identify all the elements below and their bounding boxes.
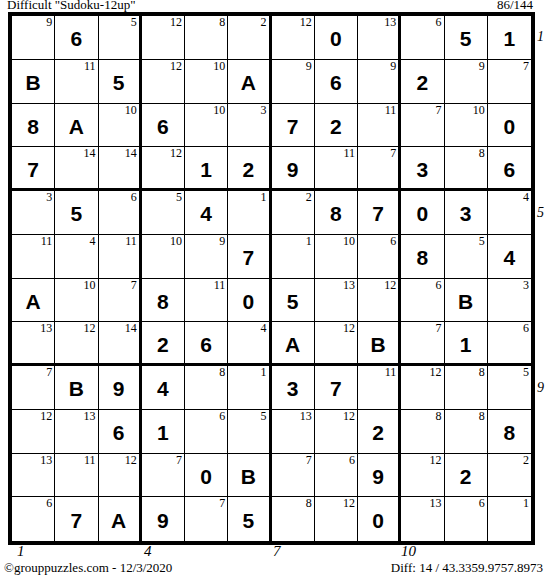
cell-r7c11: B — [445, 279, 488, 323]
cell-r11c10[interactable]: 12 — [401, 454, 444, 498]
cell-r5c10: 0 — [401, 191, 444, 235]
given-digit: 7 — [330, 378, 342, 399]
cell-r6c9[interactable]: 6 — [358, 235, 401, 279]
clue-number: 11 — [385, 104, 397, 117]
cell-r6c3[interactable]: 11 — [99, 235, 142, 279]
clue-number: 9 — [306, 60, 312, 73]
clue-number: 14 — [125, 322, 137, 335]
given-digit: 0 — [200, 466, 212, 487]
cell-r1c11: 5 — [445, 16, 488, 60]
clue-number: 6 — [436, 16, 442, 29]
given-digit: 4 — [200, 203, 212, 224]
given-digit: 7 — [287, 116, 299, 137]
cell-r11c4[interactable]: 7 — [142, 454, 185, 498]
clue-number: 1 — [306, 235, 312, 248]
cell-r8c7: A — [272, 322, 315, 366]
cell-r4c5: 1 — [185, 147, 228, 191]
given-digit: B — [69, 378, 84, 399]
cell-r7c1: A — [12, 279, 55, 323]
cell-r8c10[interactable]: 7 — [401, 322, 444, 366]
cell-r6c4[interactable]: 10 — [142, 235, 185, 279]
cell-r1c12: 1 — [488, 16, 531, 60]
cell-r6c10: 8 — [401, 235, 444, 279]
given-digit: 1 — [504, 28, 516, 49]
cell-r4c12: 6 — [488, 147, 531, 191]
clue-number: 8 — [306, 497, 312, 510]
clue-number: 10 — [125, 104, 137, 117]
cell-r8c8[interactable]: 12 — [315, 322, 358, 366]
row-label-1: 1 — [537, 30, 544, 44]
cell-r11c8[interactable]: 6 — [315, 454, 358, 498]
given-digit: A — [285, 334, 300, 355]
cell-r4c11[interactable]: 8 — [445, 147, 488, 191]
clue-number: 7 — [523, 60, 529, 73]
cell-r12c10[interactable]: 13 — [401, 497, 444, 541]
cell-r6c1[interactable]: 11 — [12, 235, 55, 279]
clue-number: 11 — [84, 60, 96, 73]
clue-number: 6 — [390, 235, 396, 248]
cell-r3c8: 2 — [315, 104, 358, 148]
cell-r7c9[interactable]: 12 — [358, 279, 401, 323]
cell-r4c8[interactable]: 11 — [315, 147, 358, 191]
clue-number: 1 — [261, 191, 267, 204]
cell-r6c2[interactable]: 4 — [55, 235, 98, 279]
clue-number: 8 — [479, 366, 485, 379]
clue-number: 10 — [213, 60, 225, 73]
copyright-text: ©grouppuzzles.com - 12/3/2020 — [4, 561, 172, 575]
cell-r9c1[interactable]: 7 — [12, 366, 55, 410]
cell-r3c1: 8 — [12, 104, 55, 148]
clue-number: 3 — [523, 279, 529, 292]
cell-r12c9: 0 — [358, 497, 401, 541]
clue-number: 12 — [300, 16, 312, 29]
clue-number: 12 — [384, 279, 396, 292]
clue-number: 12 — [430, 454, 442, 467]
clue-number: 1 — [523, 497, 529, 510]
clue-number: 7 — [219, 497, 225, 510]
difficulty-text: Diff: 14 / 43.3359.9757.8973 — [391, 561, 543, 575]
clue-number: 12 — [170, 147, 182, 160]
clue-number: 5 — [176, 191, 182, 204]
clue-number: 6 — [46, 497, 52, 510]
clue-number: 9 — [219, 235, 225, 248]
cell-r9c10[interactable]: 12 — [401, 366, 444, 410]
cell-r8c2[interactable]: 12 — [55, 322, 98, 366]
clue-number: 6 — [523, 322, 529, 335]
col-label-10: 10 — [401, 544, 416, 559]
clue-number: 12 — [343, 497, 355, 510]
given-digit: 0 — [417, 203, 429, 224]
cell-r11c11: 2 — [445, 454, 488, 498]
given-digit: A — [69, 116, 84, 137]
given-digit: 6 — [157, 116, 169, 137]
cell-r6c8[interactable]: 10 — [315, 235, 358, 279]
cell-r5c2: 5 — [55, 191, 98, 235]
given-digit: 8 — [330, 203, 342, 224]
given-digit: 3 — [460, 203, 472, 224]
cell-r5c6[interactable]: 1 — [228, 191, 271, 235]
given-digit: B — [371, 334, 386, 355]
given-digit: 4 — [504, 247, 516, 268]
cell-r8c5: 6 — [185, 322, 228, 366]
given-digit: 2 — [372, 422, 384, 443]
clue-number: 4 — [523, 191, 529, 204]
given-digit: 1 — [460, 334, 472, 355]
clue-number: 6 — [219, 410, 225, 423]
clue-number: 1 — [261, 366, 267, 379]
clue-number: 12 — [170, 60, 182, 73]
clue-number: 12 — [343, 410, 355, 423]
clue-number: 13 — [300, 410, 312, 423]
given-digit: 0 — [330, 28, 342, 49]
given-digit: 9 — [157, 510, 169, 531]
given-digit: 8 — [417, 247, 429, 268]
cell-r11c6: B — [228, 454, 271, 498]
cell-r8c3[interactable]: 14 — [99, 322, 142, 366]
given-digit: B — [241, 466, 256, 487]
clue-number: 13 — [40, 454, 52, 467]
cell-r7c2[interactable]: 10 — [55, 279, 98, 323]
given-digit: 0 — [372, 510, 384, 531]
clue-number: 12 — [343, 322, 355, 335]
cell-r12c4: 9 — [142, 497, 185, 541]
cell-r10c11[interactable]: 8 — [445, 410, 488, 454]
cell-r10c10[interactable]: 8 — [401, 410, 444, 454]
cell-r7c12[interactable]: 3 — [488, 279, 531, 323]
clue-number: 4 — [90, 235, 96, 248]
cell-r4c10: 3 — [401, 147, 444, 191]
cell-r10c1[interactable]: 12 — [12, 410, 55, 454]
given-digit: 2 — [243, 159, 255, 180]
cell-r8c12[interactable]: 6 — [488, 322, 531, 366]
clue-number: 2 — [261, 16, 267, 29]
cell-r5c9: 7 — [358, 191, 401, 235]
cell-r6c6: 7 — [228, 235, 271, 279]
given-digit: 6 — [330, 72, 342, 93]
clue-number: 2 — [523, 454, 529, 467]
cell-r1c2: 6 — [55, 16, 98, 60]
given-digit: 9 — [113, 378, 125, 399]
given-digit: 1 — [200, 159, 212, 180]
cell-r3c6[interactable]: 3 — [228, 104, 271, 148]
cell-r2c12[interactable]: 7 — [488, 60, 531, 104]
given-digit: 7 — [243, 247, 255, 268]
clue-number: 4 — [261, 322, 267, 335]
given-digit: 2 — [330, 116, 342, 137]
cell-r7c5[interactable]: 11 — [185, 279, 228, 323]
clue-number: 2 — [306, 191, 312, 204]
cell-r11c9: 9 — [358, 454, 401, 498]
cell-r10c7[interactable]: 13 — [272, 410, 315, 454]
clue-number: 5 — [523, 366, 529, 379]
given-digit: 0 — [504, 116, 516, 137]
clue-number: 9 — [479, 60, 485, 73]
given-digit: 5 — [113, 72, 125, 93]
clue-number: 8 — [436, 410, 442, 423]
clue-number: 8 — [219, 16, 225, 29]
cell-r7c10[interactable]: 6 — [401, 279, 444, 323]
given-digit: 3 — [287, 378, 299, 399]
cell-r1c6[interactable]: 2 — [228, 16, 271, 60]
cell-r9c5[interactable]: 8 — [185, 366, 228, 410]
clue-number: 11 — [84, 454, 96, 467]
given-digit: 8 — [157, 291, 169, 312]
cell-r2c5[interactable]: 10 — [185, 60, 228, 104]
cell-r10c3: 6 — [99, 410, 142, 454]
cell-r9c11[interactable]: 8 — [445, 366, 488, 410]
blank-cell-counter: 86/144 — [497, 0, 533, 12]
given-digit: 0 — [243, 291, 255, 312]
given-digit: 2 — [460, 466, 472, 487]
clue-number: 12 — [170, 16, 182, 29]
clue-number: 6 — [349, 454, 355, 467]
cell-r3c5[interactable]: 10 — [185, 104, 228, 148]
clue-number: 7 — [176, 454, 182, 467]
cell-r2c8: 6 — [315, 60, 358, 104]
given-digit: B — [26, 72, 41, 93]
cell-r10c2[interactable]: 13 — [55, 410, 98, 454]
given-digit: 5 — [243, 510, 255, 531]
given-digit: 7 — [27, 159, 39, 180]
cell-r8c11: 1 — [445, 322, 488, 366]
cell-r9c8: 7 — [315, 366, 358, 410]
cell-r2c10: 2 — [401, 60, 444, 104]
row-label-9: 9 — [537, 381, 544, 395]
cell-r1c1[interactable]: 9 — [12, 16, 55, 60]
puzzle-title: Difficult "Sudoku-12up" — [7, 0, 135, 12]
cell-r11c12[interactable]: 2 — [488, 454, 531, 498]
cell-r9c3: 9 — [99, 366, 142, 410]
given-digit: 7 — [372, 203, 384, 224]
cell-r4c9[interactable]: 7 — [358, 147, 401, 191]
cell-r4c3[interactable]: 14 — [99, 147, 142, 191]
col-label-7: 7 — [273, 544, 281, 559]
cell-r7c3[interactable]: 7 — [99, 279, 142, 323]
clue-number: 7 — [131, 279, 137, 292]
clue-number: 13 — [343, 279, 355, 292]
cell-r8c4: 2 — [142, 322, 185, 366]
cell-r6c12: 4 — [488, 235, 531, 279]
cell-r12c12[interactable]: 1 — [488, 497, 531, 541]
given-digit: 5 — [460, 28, 472, 49]
given-digit: A — [111, 510, 126, 531]
given-digit: A — [26, 291, 41, 312]
cell-r10c9: 2 — [358, 410, 401, 454]
clue-number: 7 — [436, 322, 442, 335]
cell-r4c7: 9 — [272, 147, 315, 191]
clue-number: 13 — [84, 410, 96, 423]
given-digit: 6 — [71, 28, 83, 49]
given-digit: 9 — [287, 159, 299, 180]
sudoku-grid: 965128212013651B1151210A9692978A10610372… — [8, 12, 535, 545]
clue-number: 11 — [214, 279, 226, 292]
clue-number: 7 — [390, 147, 396, 160]
clue-number: 5 — [479, 235, 485, 248]
cell-r1c5[interactable]: 8 — [185, 16, 228, 60]
cell-r12c5[interactable]: 7 — [185, 497, 228, 541]
cell-r4c4[interactable]: 12 — [142, 147, 185, 191]
cell-r10c4: 1 — [142, 410, 185, 454]
cell-r11c1[interactable]: 13 — [12, 454, 55, 498]
clue-number: 10 — [170, 235, 182, 248]
puzzle-page: Difficult "Sudoku-12up" 86/144 965128212… — [0, 0, 545, 578]
clue-number: 12 — [430, 366, 442, 379]
cell-r12c6: 5 — [228, 497, 271, 541]
cell-r10c12: 8 — [488, 410, 531, 454]
cell-r7c4: 8 — [142, 279, 185, 323]
cell-r4c2[interactable]: 14 — [55, 147, 98, 191]
clue-number: 8 — [219, 366, 225, 379]
clue-number: 8 — [479, 410, 485, 423]
cell-r5c8: 8 — [315, 191, 358, 235]
clue-number: 10 — [473, 104, 485, 117]
cell-r9c9[interactable]: 11 — [358, 366, 401, 410]
clue-number: 10 — [343, 235, 355, 248]
cell-r1c8: 0 — [315, 16, 358, 60]
clue-number: 13 — [384, 16, 396, 29]
cell-r8c9: B — [358, 322, 401, 366]
cell-r8c1[interactable]: 13 — [12, 322, 55, 366]
cell-r9c6[interactable]: 1 — [228, 366, 271, 410]
given-digit: 6 — [504, 159, 516, 180]
given-digit: 6 — [113, 422, 125, 443]
clue-number: 14 — [84, 147, 96, 160]
cell-r11c2[interactable]: 11 — [55, 454, 98, 498]
cell-r3c2: A — [55, 104, 98, 148]
cell-r2c9[interactable]: 9 — [358, 60, 401, 104]
cell-r12c1[interactable]: 6 — [12, 497, 55, 541]
cell-r7c7: 5 — [272, 279, 315, 323]
cell-r10c5[interactable]: 6 — [185, 410, 228, 454]
cell-r8c6[interactable]: 4 — [228, 322, 271, 366]
clue-number: 12 — [40, 410, 52, 423]
clue-number: 6 — [131, 191, 137, 204]
clue-number: 7 — [306, 454, 312, 467]
given-digit: 8 — [504, 422, 516, 443]
cell-r7c8[interactable]: 13 — [315, 279, 358, 323]
cell-r6c5[interactable]: 9 — [185, 235, 228, 279]
cell-r5c7[interactable]: 2 — [272, 191, 315, 235]
cell-r2c1: B — [12, 60, 55, 104]
cell-r9c2: B — [55, 366, 98, 410]
cell-r1c10[interactable]: 6 — [401, 16, 444, 60]
cell-r1c7[interactable]: 12 — [272, 16, 315, 60]
cell-r12c2: 7 — [55, 497, 98, 541]
cell-r1c9[interactable]: 13 — [358, 16, 401, 60]
clue-number: 11 — [385, 366, 397, 379]
cell-r2c11[interactable]: 9 — [445, 60, 488, 104]
given-digit: 5 — [71, 203, 83, 224]
cell-r12c7[interactable]: 8 — [272, 497, 315, 541]
cell-r9c12[interactable]: 5 — [488, 366, 531, 410]
cell-r10c6[interactable]: 5 — [228, 410, 271, 454]
cell-r1c4[interactable]: 12 — [142, 16, 185, 60]
cell-r4c6: 2 — [228, 147, 271, 191]
cell-r9c7: 3 — [272, 366, 315, 410]
col-label-4: 4 — [144, 544, 152, 559]
cell-r3c9[interactable]: 11 — [358, 104, 401, 148]
cell-r7c6: 0 — [228, 279, 271, 323]
cell-r5c5: 4 — [185, 191, 228, 235]
cell-r3c7: 7 — [272, 104, 315, 148]
cell-r3c4: 6 — [142, 104, 185, 148]
cell-r5c3[interactable]: 6 — [99, 191, 142, 235]
clue-number: 12 — [125, 454, 137, 467]
clue-number: 10 — [84, 279, 96, 292]
cell-r3c12: 0 — [488, 104, 531, 148]
clue-number: 9 — [46, 16, 52, 29]
cell-r5c1[interactable]: 3 — [12, 191, 55, 235]
clue-number: 13 — [40, 322, 52, 335]
cell-r2c3: 5 — [99, 60, 142, 104]
cell-r11c3[interactable]: 12 — [99, 454, 142, 498]
row-label-5: 5 — [537, 206, 544, 220]
cell-r11c5: 0 — [185, 454, 228, 498]
clue-number: 12 — [84, 322, 96, 335]
given-digit: 4 — [157, 378, 169, 399]
clue-number: 5 — [261, 410, 267, 423]
cell-r4c1: 7 — [12, 147, 55, 191]
given-digit: 3 — [417, 159, 429, 180]
cell-r12c3: A — [99, 497, 142, 541]
cell-r12c11[interactable]: 6 — [445, 497, 488, 541]
clue-number: 3 — [46, 191, 52, 204]
given-digit: 7 — [71, 510, 83, 531]
cell-r6c11[interactable]: 5 — [445, 235, 488, 279]
cell-r10c8[interactable]: 12 — [315, 410, 358, 454]
clue-number: 10 — [213, 104, 225, 117]
given-digit: 6 — [200, 334, 212, 355]
cell-r12c8[interactable]: 12 — [315, 497, 358, 541]
clue-number: 11 — [41, 235, 53, 248]
cell-r9c4: 4 — [142, 366, 185, 410]
cell-r2c2[interactable]: 11 — [55, 60, 98, 104]
given-digit: 1 — [157, 422, 169, 443]
clue-number: 11 — [343, 147, 355, 160]
clue-number: 8 — [479, 147, 485, 160]
cell-r2c6: A — [228, 60, 271, 104]
given-digit: 9 — [372, 466, 384, 487]
clue-number: 13 — [430, 497, 442, 510]
cell-r2c4[interactable]: 12 — [142, 60, 185, 104]
cell-r3c11[interactable]: 10 — [445, 104, 488, 148]
cell-r3c3[interactable]: 10 — [99, 104, 142, 148]
clue-number: 11 — [125, 235, 137, 248]
clue-number: 14 — [125, 147, 137, 160]
given-digit: 5 — [287, 291, 299, 312]
cell-r5c11: 3 — [445, 191, 488, 235]
given-digit: B — [458, 291, 473, 312]
given-digit: A — [241, 72, 256, 93]
clue-number: 5 — [131, 16, 137, 29]
cell-r2c7[interactable]: 9 — [272, 60, 315, 104]
cell-r11c7[interactable]: 7 — [272, 454, 315, 498]
clue-number: 9 — [390, 60, 396, 73]
clue-number: 6 — [479, 497, 485, 510]
cell-r1c3[interactable]: 5 — [99, 16, 142, 60]
given-digit: 8 — [27, 116, 39, 137]
clue-number: 7 — [436, 104, 442, 117]
col-label-1: 1 — [17, 544, 25, 559]
clue-number: 3 — [261, 104, 267, 117]
clue-number: 6 — [436, 279, 442, 292]
given-digit: 2 — [417, 72, 429, 93]
cell-r3c10[interactable]: 7 — [401, 104, 444, 148]
cell-r5c12[interactable]: 4 — [488, 191, 531, 235]
cell-r5c4[interactable]: 5 — [142, 191, 185, 235]
clue-number: 7 — [46, 366, 52, 379]
cell-r6c7[interactable]: 1 — [272, 235, 315, 279]
